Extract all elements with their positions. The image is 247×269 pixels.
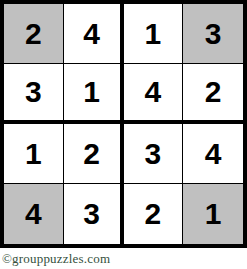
puzzle-page: 2413314212344321 ©grouppuzzles.com xyxy=(0,0,247,269)
cell-r1c2: 4 xyxy=(64,4,124,64)
cell-r2c4: 2 xyxy=(183,64,243,124)
cell-r3c2: 2 xyxy=(64,124,124,184)
sudoku-board: 2413314212344321 xyxy=(0,0,247,248)
cell-r1c4: 3 xyxy=(183,4,243,64)
cell-r4c1: 4 xyxy=(4,184,64,244)
cell-r4c3: 2 xyxy=(124,184,184,244)
cell-r3c3: 3 xyxy=(124,124,184,184)
cell-r2c3: 4 xyxy=(124,64,184,124)
cell-r1c3: 1 xyxy=(124,4,184,64)
cell-r2c2: 1 xyxy=(64,64,124,124)
cell-r1c1: 2 xyxy=(4,4,64,64)
cell-r2c1: 3 xyxy=(4,64,64,124)
cell-r4c2: 3 xyxy=(64,184,124,244)
cell-r3c1: 1 xyxy=(4,124,64,184)
cell-r4c4: 1 xyxy=(183,184,243,244)
copyright-watermark: ©grouppuzzles.com xyxy=(2,251,110,267)
cell-r3c4: 4 xyxy=(183,124,243,184)
